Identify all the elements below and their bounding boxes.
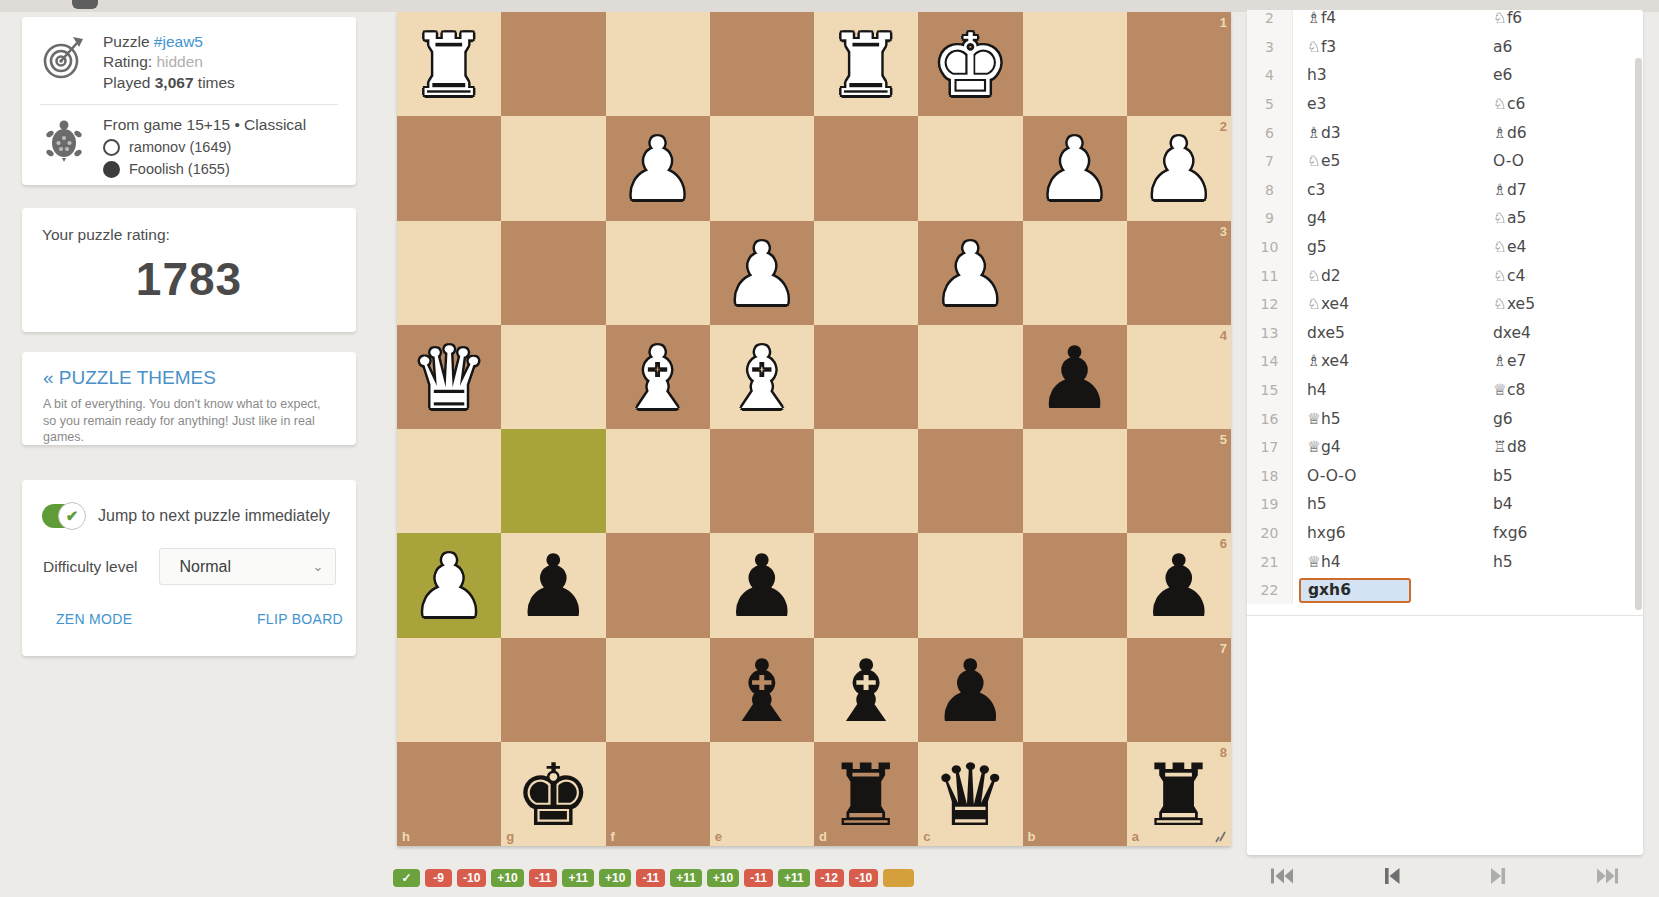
puzzle-played-line: Played 3,067 times bbox=[103, 74, 235, 92]
square-h2[interactable] bbox=[397, 116, 501, 220]
white-player-row: ramonov (1649) bbox=[103, 139, 306, 156]
square-e5[interactable] bbox=[710, 429, 814, 533]
move-panel: 2♗f4♘f63♘f3a64h3e65e3♘c66♗d3♗d67♘e5O-O8c… bbox=[1247, 10, 1643, 855]
square-e7[interactable]: ♝ bbox=[710, 638, 814, 742]
first-move-button[interactable] bbox=[1269, 866, 1295, 886]
square-c4[interactable] bbox=[918, 325, 1022, 429]
black-bishop[interactable]: ♝ bbox=[814, 638, 918, 742]
result-badge[interactable]: -11 bbox=[529, 869, 558, 887]
played-suffix: times bbox=[198, 74, 235, 91]
square-c7[interactable]: ♟ bbox=[918, 638, 1022, 742]
result-badge-solved[interactable]: ✓ bbox=[393, 869, 420, 887]
difficulty-value: Normal bbox=[179, 558, 231, 576]
square-g2[interactable] bbox=[501, 116, 605, 220]
square-d1[interactable]: ♜ bbox=[814, 12, 918, 116]
toggle-check-icon: ✔ bbox=[58, 502, 86, 530]
file-label-f: f bbox=[611, 829, 615, 844]
recent-results-bar: ✓-9-10+10-11+11+10-11+11+10-11+11-12-10 bbox=[393, 869, 914, 887]
square-d3[interactable] bbox=[814, 221, 918, 325]
square-e2[interactable] bbox=[710, 116, 814, 220]
move-number: 15 bbox=[1247, 376, 1293, 405]
file-label-c: c bbox=[923, 829, 930, 844]
black-move[interactable]: O-O bbox=[1493, 152, 1643, 170]
result-badge[interactable]: -10 bbox=[849, 869, 878, 887]
white-bishop[interactable]: ♝ bbox=[710, 325, 814, 429]
move-row-22: 22gxh6 bbox=[1247, 576, 1643, 605]
rank-label-4: 4 bbox=[1220, 328, 1227, 343]
move-number: 17 bbox=[1247, 433, 1293, 462]
white-move[interactable]: ♕h5 bbox=[1293, 410, 1493, 428]
square-b5[interactable] bbox=[1023, 429, 1127, 533]
black-move[interactable]: ♕c8 bbox=[1493, 381, 1643, 399]
square-c3[interactable]: ♟ bbox=[918, 221, 1022, 325]
result-badge[interactable]: +10 bbox=[707, 869, 739, 887]
white-pawn[interactable]: ♟ bbox=[1127, 116, 1231, 220]
puzzle-target-icon bbox=[42, 33, 86, 81]
result-badge[interactable]: -11 bbox=[744, 869, 773, 887]
square-b8[interactable]: b bbox=[1023, 742, 1127, 846]
file-label-b: b bbox=[1028, 829, 1036, 844]
square-c5[interactable] bbox=[918, 429, 1022, 533]
white-move[interactable]: ♕g4 bbox=[1293, 438, 1493, 456]
move-number: 19 bbox=[1247, 490, 1293, 519]
square-g5[interactable] bbox=[501, 429, 605, 533]
black-move[interactable]: b4 bbox=[1493, 495, 1643, 513]
your-rating-label: Your puzzle rating: bbox=[22, 208, 356, 244]
rank-label-2: 2 bbox=[1220, 119, 1227, 134]
square-b6[interactable] bbox=[1023, 533, 1127, 637]
move-number: 10 bbox=[1247, 233, 1293, 262]
move-nav bbox=[1247, 860, 1643, 892]
black-move[interactable]: ♘a5 bbox=[1493, 209, 1643, 227]
rating-label: Rating: bbox=[103, 53, 152, 70]
chess-board[interactable]: ♜♜♚1♟♟♟2♟♟3♛♝♝♟45♟♟♟♟6♝♝♟7h♚gfe♜d♛cb♜8a bbox=[397, 12, 1231, 846]
square-e1[interactable] bbox=[710, 12, 814, 116]
white-move[interactable]: c3 bbox=[1293, 181, 1493, 199]
square-g7[interactable] bbox=[501, 638, 605, 742]
square-c6[interactable] bbox=[918, 533, 1022, 637]
black-move[interactable]: dxe4 bbox=[1493, 324, 1643, 342]
black-pawn[interactable]: ♟ bbox=[918, 638, 1022, 742]
puzzle-themes-link[interactable]: « PUZZLE THEMES bbox=[22, 352, 356, 389]
white-move[interactable]: ♗d3 bbox=[1293, 124, 1493, 142]
move-number: 18 bbox=[1247, 462, 1293, 491]
black-queen[interactable]: ♛ bbox=[918, 742, 1022, 846]
white-move[interactable]: ♘f3 bbox=[1293, 38, 1493, 56]
white-move[interactable]: g5 bbox=[1293, 238, 1493, 256]
zen-mode-link[interactable]: ZEN MODE bbox=[56, 611, 132, 627]
white-move[interactable]: e3 bbox=[1293, 95, 1493, 113]
move-number: 12 bbox=[1247, 290, 1293, 319]
black-move[interactable]: g6 bbox=[1493, 410, 1643, 428]
played-prefix: Played bbox=[103, 74, 150, 91]
move-row-18: 18O-O-Ob5 bbox=[1247, 462, 1643, 491]
move-number: 22 bbox=[1247, 576, 1293, 605]
move-number: 20 bbox=[1247, 519, 1293, 548]
black-move[interactable]: e6 bbox=[1493, 66, 1643, 84]
square-c8[interactable]: ♛c bbox=[918, 742, 1022, 846]
result-badge[interactable]: -12 bbox=[815, 869, 844, 887]
white-pawn[interactable]: ♟ bbox=[397, 533, 501, 637]
puzzle-label: Puzzle bbox=[103, 33, 150, 50]
white-move[interactable]: ♘d2 bbox=[1293, 267, 1493, 285]
black-player-row: Fooolish (1655) bbox=[103, 161, 306, 178]
black-move[interactable]: ♘c4 bbox=[1493, 267, 1643, 285]
move-number: 16 bbox=[1247, 404, 1293, 433]
your-rating-value: 1783 bbox=[22, 252, 356, 306]
square-a4[interactable]: 4 bbox=[1127, 325, 1231, 429]
move-row-7: 7♘e5O-O bbox=[1247, 147, 1643, 176]
chevron-down-icon: ⌄ bbox=[313, 559, 324, 574]
file-label-g: g bbox=[506, 829, 514, 844]
move-number: 7 bbox=[1247, 147, 1293, 176]
result-badge[interactable]: -9 bbox=[425, 869, 452, 887]
file-label-e: e bbox=[715, 829, 722, 844]
white-move[interactable]: g4 bbox=[1293, 209, 1493, 227]
black-move[interactable]: ♘e4 bbox=[1493, 238, 1643, 256]
square-h8[interactable]: h bbox=[397, 742, 501, 846]
result-badge[interactable]: +10 bbox=[599, 869, 631, 887]
move-row-13: 13dxe5dxe4 bbox=[1247, 319, 1643, 348]
your-turn-block: ♚ Your turn Find the best move for black… bbox=[1247, 616, 1643, 855]
jump-next-toggle[interactable]: ✔ bbox=[42, 504, 84, 528]
square-g8[interactable]: ♚g bbox=[501, 742, 605, 846]
puzzle-id-line: Puzzle #jeaw5 bbox=[103, 33, 235, 51]
square-f8[interactable]: f bbox=[606, 742, 710, 846]
white-rook[interactable]: ♜ bbox=[814, 12, 918, 116]
black-move[interactable]: ♖d8 bbox=[1493, 438, 1643, 456]
move-row-16: 16♕h5g6 bbox=[1247, 404, 1643, 433]
square-g6[interactable]: ♟ bbox=[501, 533, 605, 637]
black-move[interactable]: ♘c6 bbox=[1493, 95, 1643, 113]
square-a3[interactable]: 3 bbox=[1127, 221, 1231, 325]
move-number: 14 bbox=[1247, 347, 1293, 376]
square-e3[interactable]: ♟ bbox=[710, 221, 814, 325]
move-list[interactable]: 2♗f4♘f63♘f3a64h3e65e3♘c66♗d3♗d67♘e5O-O8c… bbox=[1247, 10, 1643, 616]
next-move-button[interactable] bbox=[1486, 866, 1512, 886]
puzzle-themes-card: « PUZZLE THEMES A bit of everything. You… bbox=[22, 352, 356, 445]
move-row-15: 15h4♕c8 bbox=[1247, 376, 1643, 405]
white-rook[interactable]: ♜ bbox=[397, 12, 501, 116]
square-e4[interactable]: ♝ bbox=[710, 325, 814, 429]
classical-turtle-icon bbox=[42, 116, 86, 162]
white-pawn[interactable]: ♟ bbox=[606, 116, 710, 220]
square-e8[interactable]: e bbox=[710, 742, 814, 846]
move-row-11: 11♘d2♘c4 bbox=[1247, 261, 1643, 290]
square-f7[interactable] bbox=[606, 638, 710, 742]
black-pawn[interactable]: ♟ bbox=[501, 533, 605, 637]
black-move[interactable]: ♗d6 bbox=[1493, 124, 1643, 142]
black-move[interactable]: ♗d7 bbox=[1493, 181, 1643, 199]
from-game-line[interactable]: From game 15+15 • Classical bbox=[103, 116, 306, 134]
square-d5[interactable] bbox=[814, 429, 918, 533]
square-a6[interactable]: ♟6 bbox=[1127, 533, 1231, 637]
white-queen[interactable]: ♛ bbox=[397, 325, 501, 429]
black-color-icon bbox=[103, 161, 120, 178]
move-number: 5 bbox=[1247, 90, 1293, 119]
white-king[interactable]: ♚ bbox=[918, 12, 1022, 116]
white-move[interactable]: dxe5 bbox=[1293, 324, 1493, 342]
puzzle-rating-line: Rating: hidden bbox=[103, 53, 235, 71]
white-move[interactable]: h4 bbox=[1293, 381, 1493, 399]
square-a2[interactable]: ♟2 bbox=[1127, 116, 1231, 220]
move-list-scrollbar[interactable] bbox=[1635, 58, 1642, 610]
white-move[interactable]: ♕h4 bbox=[1293, 553, 1493, 571]
square-h1[interactable]: ♜ bbox=[397, 12, 501, 116]
move-number: 13 bbox=[1247, 319, 1293, 348]
puzzle-info-card: Puzzle #jeaw5 Rating: hidden Played 3,06… bbox=[22, 17, 356, 185]
square-f2[interactable]: ♟ bbox=[606, 116, 710, 220]
black-move[interactable]: h5 bbox=[1493, 553, 1643, 571]
black-bishop[interactable]: ♝ bbox=[710, 638, 814, 742]
rank-label-6: 6 bbox=[1220, 536, 1227, 551]
white-bishop[interactable]: ♝ bbox=[606, 325, 710, 429]
square-c2[interactable] bbox=[918, 116, 1022, 220]
square-b1[interactable] bbox=[1023, 12, 1127, 116]
move-number: 6 bbox=[1247, 118, 1293, 147]
move-number: 21 bbox=[1247, 547, 1293, 576]
move-row-5: 5e3♘c6 bbox=[1247, 90, 1643, 119]
move-row-3: 3♘f3a6 bbox=[1247, 33, 1643, 62]
black-move[interactable]: ♗e7 bbox=[1493, 352, 1643, 370]
result-badge[interactable]: +11 bbox=[778, 869, 810, 887]
move-row-10: 10g5♘e4 bbox=[1247, 233, 1643, 262]
played-count: 3,067 bbox=[155, 74, 194, 91]
last-move-button[interactable] bbox=[1595, 866, 1621, 886]
result-badge-current[interactable] bbox=[883, 869, 914, 887]
black-king[interactable]: ♚ bbox=[501, 742, 605, 846]
square-b3[interactable] bbox=[1023, 221, 1127, 325]
square-e6[interactable]: ♟ bbox=[710, 533, 814, 637]
move-number: 8 bbox=[1247, 176, 1293, 205]
black-player-name: Fooolish (1655) bbox=[129, 161, 230, 178]
white-move[interactable]: ♗f4 bbox=[1293, 10, 1493, 27]
your-rating-card: Your puzzle rating: 1783 bbox=[22, 208, 356, 332]
square-a7[interactable]: 7 bbox=[1127, 638, 1231, 742]
square-h7[interactable] bbox=[397, 638, 501, 742]
active-move[interactable]: gxh6 bbox=[1299, 578, 1411, 603]
rank-label-3: 3 bbox=[1220, 224, 1227, 239]
move-row-14: 14♗xe4♗e7 bbox=[1247, 347, 1643, 376]
move-row-6: 6♗d3♗d6 bbox=[1247, 118, 1643, 147]
move-row-12: 12♘xe4♘xe5 bbox=[1247, 290, 1643, 319]
square-h3[interactable] bbox=[397, 221, 501, 325]
square-b7[interactable] bbox=[1023, 638, 1127, 742]
file-label-a: a bbox=[1132, 829, 1139, 844]
rank-label-5: 5 bbox=[1220, 432, 1227, 447]
white-pawn[interactable]: ♟ bbox=[1023, 116, 1127, 220]
move-number: 2 bbox=[1247, 10, 1293, 33]
black-pawn[interactable]: ♟ bbox=[1127, 533, 1231, 637]
white-move[interactable]: hxg6 bbox=[1293, 524, 1493, 542]
move-row-20: 20hxg6fxg6 bbox=[1247, 519, 1643, 548]
file-label-h: h bbox=[402, 829, 410, 844]
file-label-d: d bbox=[819, 829, 827, 844]
white-move[interactable]: ♘e5 bbox=[1293, 152, 1493, 170]
black-move[interactable]: ♘f6 bbox=[1493, 10, 1643, 27]
rating-hidden-value: hidden bbox=[156, 53, 203, 70]
square-f1[interactable] bbox=[606, 12, 710, 116]
rank-label-1: 1 bbox=[1220, 15, 1227, 30]
white-color-icon bbox=[103, 139, 120, 156]
square-f5[interactable] bbox=[606, 429, 710, 533]
move-number: 9 bbox=[1247, 204, 1293, 233]
square-h4[interactable]: ♛ bbox=[397, 325, 501, 429]
square-f6[interactable] bbox=[606, 533, 710, 637]
square-a1[interactable]: 1 bbox=[1127, 12, 1231, 116]
difficulty-label: Difficulty level bbox=[43, 558, 137, 576]
move-row-19: 19h5b4 bbox=[1247, 490, 1643, 519]
square-c1[interactable]: ♚ bbox=[918, 12, 1022, 116]
square-g3[interactable] bbox=[501, 221, 605, 325]
black-pawn[interactable]: ♟ bbox=[1023, 325, 1127, 429]
square-a5[interactable]: 5 bbox=[1127, 429, 1231, 533]
square-h5[interactable] bbox=[397, 429, 501, 533]
square-b4[interactable]: ♟ bbox=[1023, 325, 1127, 429]
square-d8[interactable]: ♜d bbox=[814, 742, 918, 846]
move-row-2: 2♗f4♘f6 bbox=[1247, 10, 1643, 33]
black-move[interactable]: ♘xe5 bbox=[1493, 295, 1643, 313]
black-pawn[interactable]: ♟ bbox=[710, 533, 814, 637]
puzzle-id-link[interactable]: #jeaw5 bbox=[154, 33, 203, 50]
white-pawn[interactable]: ♟ bbox=[918, 221, 1022, 325]
square-f4[interactable]: ♝ bbox=[606, 325, 710, 429]
white-move[interactable]: gxh6 bbox=[1293, 578, 1493, 603]
white-move[interactable]: ♗xe4 bbox=[1293, 352, 1493, 370]
previous-move-button[interactable] bbox=[1378, 866, 1404, 886]
square-b2[interactable]: ♟ bbox=[1023, 116, 1127, 220]
jump-next-label: Jump to next puzzle immediately bbox=[98, 507, 330, 525]
white-move[interactable]: h5 bbox=[1293, 495, 1493, 513]
white-move[interactable]: ♘xe4 bbox=[1293, 295, 1493, 313]
square-g1[interactable] bbox=[501, 12, 605, 116]
rank-label-7: 7 bbox=[1220, 641, 1227, 656]
result-badge[interactable]: +10 bbox=[491, 869, 523, 887]
rank-label-8: 8 bbox=[1220, 745, 1227, 760]
black-move[interactable]: fxg6 bbox=[1493, 524, 1643, 542]
move-row-9: 9g4♘a5 bbox=[1247, 204, 1643, 233]
settings-card: ✔ Jump to next puzzle immediately Diffic… bbox=[22, 480, 356, 656]
white-pawn[interactable]: ♟ bbox=[710, 221, 814, 325]
white-move[interactable]: O-O-O bbox=[1293, 467, 1493, 485]
result-badge[interactable]: -10 bbox=[457, 869, 486, 887]
result-badge[interactable]: +11 bbox=[562, 869, 594, 887]
square-h6[interactable]: ♟ bbox=[397, 533, 501, 637]
move-number: 11 bbox=[1247, 261, 1293, 290]
square-d6[interactable] bbox=[814, 533, 918, 637]
square-f3[interactable] bbox=[606, 221, 710, 325]
difficulty-select[interactable]: Normal ⌄ bbox=[159, 548, 336, 585]
black-rook[interactable]: ♜ bbox=[814, 742, 918, 846]
square-d4[interactable] bbox=[814, 325, 918, 429]
move-row-21: 21♕h4h5 bbox=[1247, 547, 1643, 576]
move-row-17: 17♕g4♖d8 bbox=[1247, 433, 1643, 462]
black-move[interactable]: a6 bbox=[1493, 38, 1643, 56]
result-badge[interactable]: +11 bbox=[670, 869, 702, 887]
white-player-name: ramonov (1649) bbox=[129, 139, 231, 156]
move-row-4: 4h3e6 bbox=[1247, 61, 1643, 90]
move-number: 4 bbox=[1247, 61, 1293, 90]
square-d2[interactable] bbox=[814, 116, 918, 220]
move-number: 3 bbox=[1247, 33, 1293, 62]
square-g4[interactable] bbox=[501, 325, 605, 429]
result-badge[interactable]: -11 bbox=[636, 869, 665, 887]
puzzle-themes-description: A bit of everything. You don't know what… bbox=[22, 389, 356, 446]
black-move[interactable]: b5 bbox=[1493, 467, 1643, 485]
square-d7[interactable]: ♝ bbox=[814, 638, 918, 742]
logo-fragment bbox=[72, 0, 98, 9]
flip-board-link[interactable]: FLIP BOARD bbox=[257, 611, 343, 627]
move-row-8: 8c3♗d7 bbox=[1247, 176, 1643, 205]
white-move[interactable]: h3 bbox=[1293, 66, 1493, 84]
